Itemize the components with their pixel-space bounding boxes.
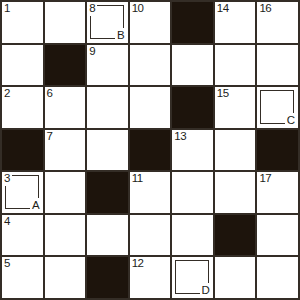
white-cell[interactable] [215, 45, 256, 86]
clue-number: 6 [47, 87, 55, 101]
black-cell [87, 172, 128, 213]
white-cell[interactable]: B8 [87, 2, 128, 43]
white-cell[interactable]: 9 [87, 45, 128, 86]
white-cell[interactable] [2, 45, 43, 86]
clue-number: 17 [259, 172, 273, 186]
clue-number: 1 [4, 2, 12, 16]
white-cell[interactable] [215, 172, 256, 213]
clue-number: 7 [47, 130, 55, 144]
white-cell[interactable] [87, 215, 128, 256]
clue-number: 8 [89, 2, 97, 16]
crossword-puzzle: 1B810141692615C713A311174512D [0, 0, 300, 300]
black-cell [87, 257, 128, 298]
marker-letter: D [200, 283, 210, 298]
marker-letter: C [285, 113, 295, 128]
white-cell[interactable]: 13 [172, 130, 213, 171]
white-cell[interactable] [87, 87, 128, 128]
white-cell[interactable] [172, 45, 213, 86]
white-cell[interactable] [45, 257, 86, 298]
black-cell [215, 215, 256, 256]
clue-number: 16 [259, 2, 273, 16]
white-cell[interactable]: 5 [2, 257, 43, 298]
black-cell [45, 45, 86, 86]
white-cell[interactable]: 14 [215, 2, 256, 43]
white-cell[interactable] [215, 130, 256, 171]
marker-letter: A [30, 198, 40, 213]
white-cell[interactable] [215, 257, 256, 298]
white-cell[interactable]: A3 [2, 172, 43, 213]
clue-number: 14 [217, 2, 231, 16]
clue-number: 3 [4, 172, 12, 186]
black-cell [2, 130, 43, 171]
clue-number: 4 [4, 215, 12, 229]
black-cell [172, 2, 213, 43]
white-cell[interactable]: C [257, 87, 298, 128]
clue-number: 15 [217, 87, 231, 101]
white-cell[interactable]: 10 [130, 2, 171, 43]
white-cell[interactable] [45, 2, 86, 43]
clue-number: 9 [89, 45, 97, 59]
white-cell[interactable]: 12 [130, 257, 171, 298]
black-cell [172, 87, 213, 128]
white-cell[interactable] [130, 215, 171, 256]
white-cell[interactable]: 2 [2, 87, 43, 128]
black-cell [257, 130, 298, 171]
white-cell[interactable] [87, 130, 128, 171]
white-cell[interactable] [45, 172, 86, 213]
white-cell[interactable] [257, 215, 298, 256]
clue-number: 10 [132, 2, 146, 16]
white-cell[interactable]: 1 [2, 2, 43, 43]
clue-number: 12 [132, 257, 146, 271]
clue-number: 2 [4, 87, 12, 101]
white-cell[interactable]: 17 [257, 172, 298, 213]
white-cell[interactable]: D [172, 257, 213, 298]
white-cell[interactable] [172, 215, 213, 256]
black-cell [130, 130, 171, 171]
white-cell[interactable]: 4 [2, 215, 43, 256]
white-cell[interactable] [130, 45, 171, 86]
white-cell[interactable]: 16 [257, 2, 298, 43]
white-cell[interactable]: 11 [130, 172, 171, 213]
white-cell[interactable]: 15 [215, 87, 256, 128]
marker-letter: B [115, 28, 125, 43]
white-cell[interactable] [45, 215, 86, 256]
white-cell[interactable]: 7 [45, 130, 86, 171]
white-cell[interactable] [257, 45, 298, 86]
white-cell[interactable] [257, 257, 298, 298]
white-cell[interactable] [172, 172, 213, 213]
white-cell[interactable]: 6 [45, 87, 86, 128]
clue-number: 13 [174, 130, 188, 144]
crossword-board: 1B810141692615C713A311174512D [0, 0, 300, 300]
clue-number: 11 [132, 172, 145, 186]
clue-number: 5 [4, 257, 12, 271]
white-cell[interactable] [130, 87, 171, 128]
